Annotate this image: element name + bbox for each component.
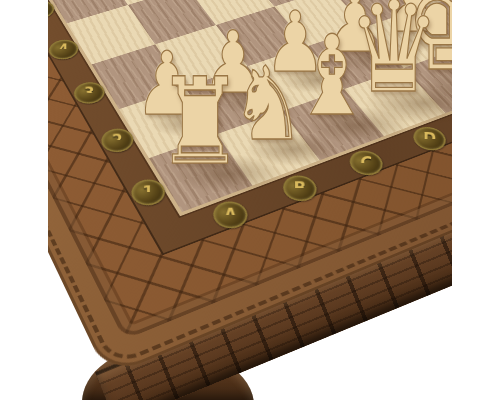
photo-area: 12345678ABCDEFGH ♜♞♝♛♚♟♟♟♟♟ bbox=[48, 0, 452, 400]
table-top: 12345678ABCDEFGH bbox=[48, 0, 452, 377]
product-photo-canvas: 12345678ABCDEFGH ♜♞♝♛♚♟♟♟♟♟ bbox=[0, 0, 500, 400]
scene: 12345678ABCDEFGH bbox=[48, 0, 452, 400]
